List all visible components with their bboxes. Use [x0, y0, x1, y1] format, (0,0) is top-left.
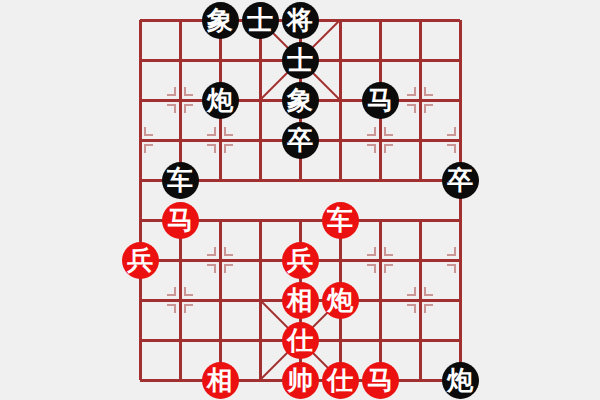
- red-soldier[interactable]: 兵: [282, 242, 319, 279]
- red-elephant[interactable]: 相: [282, 282, 319, 319]
- red-cannon[interactable]: 炮: [322, 282, 359, 319]
- black-advisor[interactable]: 士: [282, 42, 319, 79]
- pieces-layer: 象士将士炮象马卒车卒马车兵兵相炮仕相帅仕马炮: [120, 0, 480, 400]
- black-advisor[interactable]: 士: [242, 2, 279, 39]
- black-general[interactable]: 将: [282, 2, 319, 39]
- red-horse[interactable]: 马: [162, 202, 199, 239]
- xiangqi-diagram: 象士将士炮象马卒车卒马车兵兵相炮仕相帅仕马炮: [0, 0, 600, 400]
- black-elephant[interactable]: 象: [202, 2, 239, 39]
- red-horse[interactable]: 马: [362, 362, 399, 399]
- red-elephant[interactable]: 相: [202, 362, 239, 399]
- red-advisor[interactable]: 仕: [322, 362, 359, 399]
- red-soldier[interactable]: 兵: [122, 242, 159, 279]
- black-horse[interactable]: 马: [362, 82, 399, 119]
- black-soldier[interactable]: 卒: [282, 122, 319, 159]
- black-soldier[interactable]: 卒: [442, 162, 479, 199]
- black-chariot[interactable]: 车: [162, 162, 199, 199]
- red-general[interactable]: 帅: [282, 362, 319, 399]
- red-advisor[interactable]: 仕: [282, 322, 319, 359]
- black-cannon[interactable]: 炮: [442, 362, 479, 399]
- black-cannon[interactable]: 炮: [202, 82, 239, 119]
- black-elephant[interactable]: 象: [282, 82, 319, 119]
- red-chariot[interactable]: 车: [322, 202, 359, 239]
